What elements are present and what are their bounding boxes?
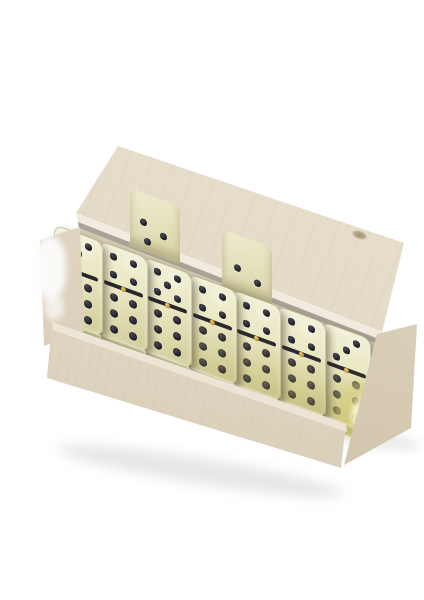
pip (154, 308, 162, 319)
pip (84, 315, 92, 326)
pip (130, 278, 137, 287)
product-photo (0, 0, 424, 600)
pip (129, 299, 137, 310)
pip (174, 295, 181, 304)
pip (173, 348, 181, 359)
pip (154, 324, 162, 335)
pip (85, 243, 92, 252)
pip (173, 331, 181, 342)
wrap-glare-left-small (44, 294, 64, 320)
pip (129, 331, 137, 342)
pip (110, 271, 117, 280)
pip (154, 341, 162, 352)
pip (129, 315, 137, 326)
pip (173, 315, 181, 326)
pip (174, 275, 181, 284)
pip (110, 308, 118, 319)
pip (110, 325, 118, 336)
pip (155, 268, 162, 277)
pip (110, 252, 117, 261)
pip (155, 288, 162, 297)
pip (110, 292, 118, 303)
pip (84, 299, 92, 310)
pip (130, 259, 137, 268)
pip (84, 283, 92, 294)
pip (164, 281, 171, 290)
wrap-glare-left (34, 236, 66, 300)
